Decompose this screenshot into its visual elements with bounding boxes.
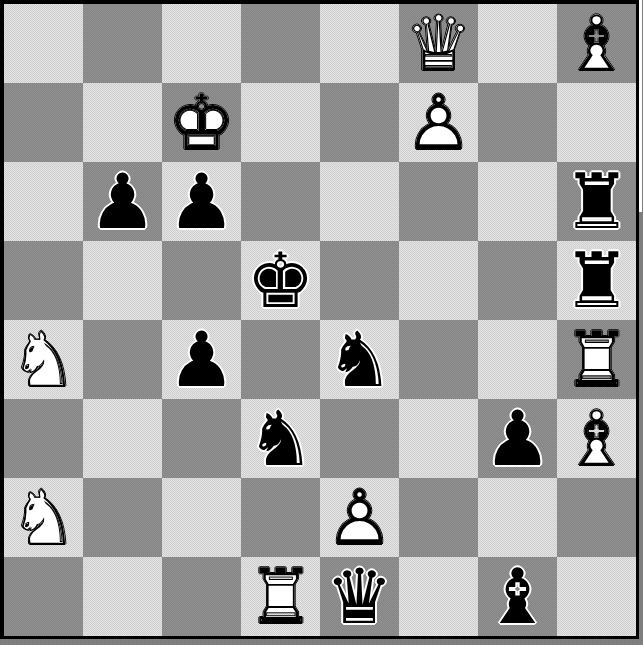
black-pawn-icon[interactable]: ♟	[162, 320, 241, 399]
square-c1[interactable]	[162, 557, 241, 636]
black-bishop-icon[interactable]: ♝	[478, 557, 557, 636]
square-a4[interactable]: ♞♘	[4, 320, 83, 399]
square-b3[interactable]	[83, 399, 162, 478]
square-g4[interactable]	[478, 320, 557, 399]
piece-outline-layer: ♕	[399, 4, 478, 83]
black-knight-icon[interactable]: ♞	[320, 320, 399, 399]
white-knight-icon[interactable]: ♞♘	[4, 320, 83, 399]
square-d7[interactable]	[241, 83, 320, 162]
square-e1[interactable]: ♛	[320, 557, 399, 636]
square-b7[interactable]	[83, 83, 162, 162]
square-h2[interactable]	[557, 478, 636, 557]
piece-outline-layer: ♖	[241, 557, 320, 636]
square-a3[interactable]	[4, 399, 83, 478]
square-h1[interactable]	[557, 557, 636, 636]
square-f3[interactable]	[399, 399, 478, 478]
square-g6[interactable]	[478, 162, 557, 241]
square-h7[interactable]	[557, 83, 636, 162]
square-g7[interactable]	[478, 83, 557, 162]
white-rook-icon[interactable]: ♜♖	[241, 557, 320, 636]
square-g8[interactable]	[478, 4, 557, 83]
black-king-icon[interactable]: ♚	[241, 241, 320, 320]
square-d6[interactable]	[241, 162, 320, 241]
square-f1[interactable]	[399, 557, 478, 636]
square-g1[interactable]: ♝	[478, 557, 557, 636]
square-g2[interactable]	[478, 478, 557, 557]
chess-board-frame: ♛♕♝♗♚♔♟♙♟♟♜♚♜♞♘♟♞♜♖♞♟♝♗♞♘♟♙♜♖♛♝	[0, 0, 639, 639]
black-rook-icon[interactable]: ♜	[557, 162, 636, 241]
piece-outline-layer: ♗	[557, 399, 636, 478]
square-c4[interactable]: ♟	[162, 320, 241, 399]
white-king-icon[interactable]: ♚♔	[162, 83, 241, 162]
white-knight-icon[interactable]: ♞♘	[4, 478, 83, 557]
square-c3[interactable]	[162, 399, 241, 478]
square-h8[interactable]: ♝♗	[557, 4, 636, 83]
white-rook-icon[interactable]: ♜♖	[557, 320, 636, 399]
square-h4[interactable]: ♜♖	[557, 320, 636, 399]
square-g3[interactable]: ♟	[478, 399, 557, 478]
square-c7[interactable]: ♚♔	[162, 83, 241, 162]
square-e5[interactable]	[320, 241, 399, 320]
square-f8[interactable]: ♛♕	[399, 4, 478, 83]
square-f5[interactable]	[399, 241, 478, 320]
square-a5[interactable]	[4, 241, 83, 320]
square-e6[interactable]	[320, 162, 399, 241]
square-b1[interactable]	[83, 557, 162, 636]
square-f4[interactable]	[399, 320, 478, 399]
square-e4[interactable]: ♞	[320, 320, 399, 399]
square-a6[interactable]	[4, 162, 83, 241]
square-c6[interactable]: ♟	[162, 162, 241, 241]
black-pawn-icon[interactable]: ♟	[162, 162, 241, 241]
square-a1[interactable]	[4, 557, 83, 636]
black-pawn-icon[interactable]: ♟	[83, 162, 162, 241]
square-f6[interactable]	[399, 162, 478, 241]
square-d2[interactable]	[241, 478, 320, 557]
square-a7[interactable]	[4, 83, 83, 162]
square-b6[interactable]: ♟	[83, 162, 162, 241]
square-a2[interactable]: ♞♘	[4, 478, 83, 557]
square-a8[interactable]	[4, 4, 83, 83]
square-c8[interactable]	[162, 4, 241, 83]
piece-outline-layer: ♙	[399, 83, 478, 162]
square-e3[interactable]	[320, 399, 399, 478]
square-f2[interactable]	[399, 478, 478, 557]
black-queen-icon[interactable]: ♛	[320, 557, 399, 636]
square-b8[interactable]	[83, 4, 162, 83]
piece-outline-layer: ♘	[4, 320, 83, 399]
chess-board: ♛♕♝♗♚♔♟♙♟♟♜♚♜♞♘♟♞♜♖♞♟♝♗♞♘♟♙♜♖♛♝	[4, 4, 636, 636]
piece-outline-layer: ♗	[557, 4, 636, 83]
white-pawn-icon[interactable]: ♟♙	[320, 478, 399, 557]
piece-outline-layer: ♙	[320, 478, 399, 557]
square-h3[interactable]: ♝♗	[557, 399, 636, 478]
square-b2[interactable]	[83, 478, 162, 557]
square-d4[interactable]	[241, 320, 320, 399]
square-e8[interactable]	[320, 4, 399, 83]
white-bishop-icon[interactable]: ♝♗	[557, 4, 636, 83]
square-d8[interactable]	[241, 4, 320, 83]
square-d1[interactable]: ♜♖	[241, 557, 320, 636]
piece-outline-layer: ♔	[162, 83, 241, 162]
square-c5[interactable]	[162, 241, 241, 320]
chess-app-window: ♛♕♝♗♚♔♟♙♟♟♜♚♜♞♘♟♞♜♖♞♟♝♗♞♘♟♙♜♖♛♝	[0, 0, 643, 645]
piece-outline-layer: ♖	[557, 320, 636, 399]
square-d5[interactable]: ♚	[241, 241, 320, 320]
square-h6[interactable]: ♜	[557, 162, 636, 241]
white-pawn-icon[interactable]: ♟♙	[399, 83, 478, 162]
square-e7[interactable]	[320, 83, 399, 162]
white-queen-icon[interactable]: ♛♕	[399, 4, 478, 83]
square-b4[interactable]	[83, 320, 162, 399]
square-e2[interactable]: ♟♙	[320, 478, 399, 557]
square-d3[interactable]: ♞	[241, 399, 320, 478]
square-c2[interactable]	[162, 478, 241, 557]
square-h5[interactable]: ♜	[557, 241, 636, 320]
square-g5[interactable]	[478, 241, 557, 320]
square-b5[interactable]	[83, 241, 162, 320]
piece-outline-layer: ♘	[4, 478, 83, 557]
white-bishop-icon[interactable]: ♝♗	[557, 399, 636, 478]
window-edge-highlight	[639, 0, 642, 212]
square-f7[interactable]: ♟♙	[399, 83, 478, 162]
black-rook-icon[interactable]: ♜	[557, 241, 636, 320]
black-knight-icon[interactable]: ♞	[241, 399, 320, 478]
black-pawn-icon[interactable]: ♟	[478, 399, 557, 478]
